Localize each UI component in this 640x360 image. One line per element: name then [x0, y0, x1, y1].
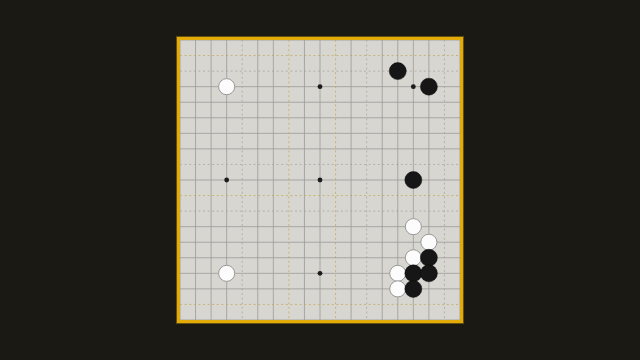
stone-black — [420, 249, 437, 266]
stone-black — [405, 172, 422, 189]
stone-white — [421, 234, 437, 250]
board-svg[interactable] — [180, 40, 460, 320]
star-point — [411, 84, 416, 89]
go-board[interactable] — [177, 37, 463, 323]
stone-black — [405, 280, 422, 297]
stone-white — [390, 265, 406, 281]
stone-black — [389, 63, 406, 80]
stone-white — [390, 281, 406, 297]
stone-white — [219, 265, 235, 281]
app-background — [0, 0, 640, 360]
star-point — [224, 178, 229, 183]
stone-white — [405, 219, 421, 235]
star-point — [318, 271, 323, 276]
stone-white — [405, 250, 421, 266]
stone-white — [219, 79, 235, 95]
stone-black — [420, 78, 437, 95]
stone-black — [420, 265, 437, 282]
star-point — [318, 178, 323, 183]
star-point — [318, 84, 323, 89]
stone-black — [405, 265, 422, 282]
